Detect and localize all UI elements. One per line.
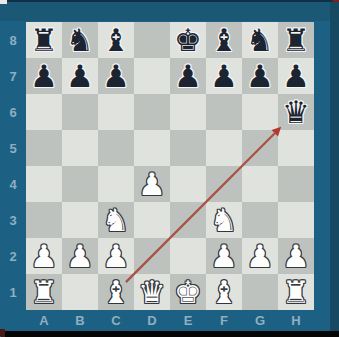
file-label-G: G bbox=[242, 310, 278, 331]
piece-black-queen[interactable]: ♛ bbox=[282, 94, 310, 130]
rank-label-6: 6 bbox=[0, 94, 26, 130]
piece-white-pawn[interactable]: ♟ bbox=[282, 238, 310, 274]
piece-white-pawn[interactable]: ♟ bbox=[66, 238, 94, 274]
square-f8[interactable]: ♝ bbox=[206, 22, 242, 58]
piece-black-knight[interactable]: ♞ bbox=[246, 22, 274, 58]
rank-label-7: 7 bbox=[0, 58, 26, 94]
square-d6[interactable] bbox=[134, 94, 170, 130]
window-bottom-bar bbox=[0, 331, 339, 337]
square-h3[interactable] bbox=[278, 202, 314, 238]
file-label-B: B bbox=[62, 310, 98, 331]
square-a6[interactable] bbox=[26, 94, 62, 130]
file-label-E: E bbox=[170, 310, 206, 331]
rank-label-3: 3 bbox=[0, 202, 26, 238]
square-e3[interactable] bbox=[170, 202, 206, 238]
piece-white-knight[interactable]: ♞ bbox=[210, 202, 238, 238]
piece-black-rook[interactable]: ♜ bbox=[30, 22, 58, 58]
file-label-H: H bbox=[278, 310, 314, 331]
rank-label-4: 4 bbox=[0, 166, 26, 202]
rank-label-8: 8 bbox=[0, 22, 26, 58]
piece-white-knight[interactable]: ♞ bbox=[102, 202, 130, 238]
square-b6[interactable] bbox=[62, 94, 98, 130]
piece-black-pawn[interactable]: ♟ bbox=[246, 58, 274, 94]
square-c8[interactable]: ♝ bbox=[98, 22, 134, 58]
square-d3[interactable] bbox=[134, 202, 170, 238]
square-f1[interactable]: ♝ bbox=[206, 274, 242, 310]
square-a8[interactable]: ♜ bbox=[26, 22, 62, 58]
square-g1[interactable] bbox=[242, 274, 278, 310]
square-d5[interactable] bbox=[134, 130, 170, 166]
square-f2[interactable]: ♟ bbox=[206, 238, 242, 274]
file-label-A: A bbox=[26, 310, 62, 331]
rank-coordinates: 87654321 bbox=[0, 22, 26, 310]
square-a7[interactable]: ♟ bbox=[26, 58, 62, 94]
square-b1[interactable] bbox=[62, 274, 98, 310]
piece-black-pawn[interactable]: ♟ bbox=[102, 58, 130, 94]
rank-label-5: 5 bbox=[0, 130, 26, 166]
square-b4[interactable] bbox=[62, 166, 98, 202]
square-e8[interactable]: ♚ bbox=[170, 22, 206, 58]
square-e6[interactable] bbox=[170, 94, 206, 130]
square-g2[interactable]: ♟ bbox=[242, 238, 278, 274]
piece-black-knight[interactable]: ♞ bbox=[66, 22, 94, 58]
square-a4[interactable] bbox=[26, 166, 62, 202]
square-b8[interactable]: ♞ bbox=[62, 22, 98, 58]
square-c3[interactable]: ♞ bbox=[98, 202, 134, 238]
square-e5[interactable] bbox=[170, 130, 206, 166]
piece-white-rook[interactable]: ♜ bbox=[30, 274, 58, 310]
piece-black-bishop[interactable]: ♝ bbox=[210, 22, 238, 58]
piece-black-bishop[interactable]: ♝ bbox=[102, 22, 130, 58]
square-h6[interactable]: ♛ bbox=[278, 94, 314, 130]
piece-black-pawn[interactable]: ♟ bbox=[210, 58, 238, 94]
file-coordinates: ABCDEFGH bbox=[26, 310, 314, 331]
square-g5[interactable] bbox=[242, 130, 278, 166]
square-c4[interactable] bbox=[98, 166, 134, 202]
rank-label-2: 2 bbox=[0, 238, 26, 274]
square-h8[interactable]: ♜ bbox=[278, 22, 314, 58]
square-e7[interactable]: ♟ bbox=[170, 58, 206, 94]
window-top-strip bbox=[0, 2, 339, 21]
piece-black-rook[interactable]: ♜ bbox=[282, 22, 310, 58]
square-f7[interactable]: ♟ bbox=[206, 58, 242, 94]
square-d4[interactable]: ♟ bbox=[134, 166, 170, 202]
piece-black-pawn[interactable]: ♟ bbox=[174, 58, 202, 94]
square-e1[interactable]: ♚ bbox=[170, 274, 206, 310]
square-c2[interactable]: ♟ bbox=[98, 238, 134, 274]
window-right-band bbox=[330, 2, 339, 331]
square-b2[interactable]: ♟ bbox=[62, 238, 98, 274]
piece-white-pawn[interactable]: ♟ bbox=[102, 238, 130, 274]
square-f4[interactable] bbox=[206, 166, 242, 202]
square-b5[interactable] bbox=[62, 130, 98, 166]
square-a5[interactable] bbox=[26, 130, 62, 166]
piece-black-pawn[interactable]: ♟ bbox=[30, 58, 58, 94]
square-e4[interactable] bbox=[170, 166, 206, 202]
piece-white-pawn[interactable]: ♟ bbox=[246, 238, 274, 274]
piece-white-bishop[interactable]: ♝ bbox=[210, 274, 238, 310]
square-c6[interactable] bbox=[98, 94, 134, 130]
piece-white-queen[interactable]: ♛ bbox=[138, 274, 166, 310]
square-g4[interactable] bbox=[242, 166, 278, 202]
corner-artifact-bottom-left bbox=[0, 329, 5, 337]
square-d7[interactable] bbox=[134, 58, 170, 94]
square-g8[interactable]: ♞ bbox=[242, 22, 278, 58]
piece-black-pawn[interactable]: ♟ bbox=[66, 58, 94, 94]
square-e2[interactable] bbox=[170, 238, 206, 274]
corner-artifact-top-left bbox=[0, 0, 7, 4]
square-c1[interactable]: ♝ bbox=[98, 274, 134, 310]
square-f3[interactable]: ♞ bbox=[206, 202, 242, 238]
chess-app-window: 87654321 ♜♞♝♚♝♞♜♟♟♟♟♟♟♟♛♟♞♞♟♟♟♟♟♟♜♝♛♚♝♜ … bbox=[0, 0, 339, 337]
square-g3[interactable] bbox=[242, 202, 278, 238]
square-a1[interactable]: ♜ bbox=[26, 274, 62, 310]
piece-white-bishop[interactable]: ♝ bbox=[102, 274, 130, 310]
square-h2[interactable]: ♟ bbox=[278, 238, 314, 274]
square-a2[interactable]: ♟ bbox=[26, 238, 62, 274]
rank-label-1: 1 bbox=[0, 274, 26, 310]
file-label-F: F bbox=[206, 310, 242, 331]
square-c7[interactable]: ♟ bbox=[98, 58, 134, 94]
square-h7[interactable]: ♟ bbox=[278, 58, 314, 94]
square-h1[interactable]: ♜ bbox=[278, 274, 314, 310]
square-f6[interactable] bbox=[206, 94, 242, 130]
piece-black-king[interactable]: ♚ bbox=[174, 22, 202, 58]
file-label-D: D bbox=[134, 310, 170, 331]
piece-white-pawn[interactable]: ♟ bbox=[138, 166, 166, 202]
square-b3[interactable] bbox=[62, 202, 98, 238]
piece-white-king[interactable]: ♚ bbox=[174, 274, 202, 310]
piece-white-rook[interactable]: ♜ bbox=[282, 274, 310, 310]
square-b7[interactable]: ♟ bbox=[62, 58, 98, 94]
piece-black-pawn[interactable]: ♟ bbox=[282, 58, 310, 94]
square-f5[interactable] bbox=[206, 130, 242, 166]
square-d1[interactable]: ♛ bbox=[134, 274, 170, 310]
square-g7[interactable]: ♟ bbox=[242, 58, 278, 94]
square-c5[interactable] bbox=[98, 130, 134, 166]
chess-board[interactable]: ♜♞♝♚♝♞♜♟♟♟♟♟♟♟♛♟♞♞♟♟♟♟♟♟♜♝♛♚♝♜ bbox=[26, 22, 314, 310]
file-label-C: C bbox=[98, 310, 134, 331]
square-g6[interactable] bbox=[242, 94, 278, 130]
square-a3[interactable] bbox=[26, 202, 62, 238]
square-h5[interactable] bbox=[278, 130, 314, 166]
square-h4[interactable] bbox=[278, 166, 314, 202]
square-d8[interactable] bbox=[134, 22, 170, 58]
piece-white-pawn[interactable]: ♟ bbox=[210, 238, 238, 274]
piece-white-pawn[interactable]: ♟ bbox=[30, 238, 58, 274]
square-d2[interactable] bbox=[134, 238, 170, 274]
